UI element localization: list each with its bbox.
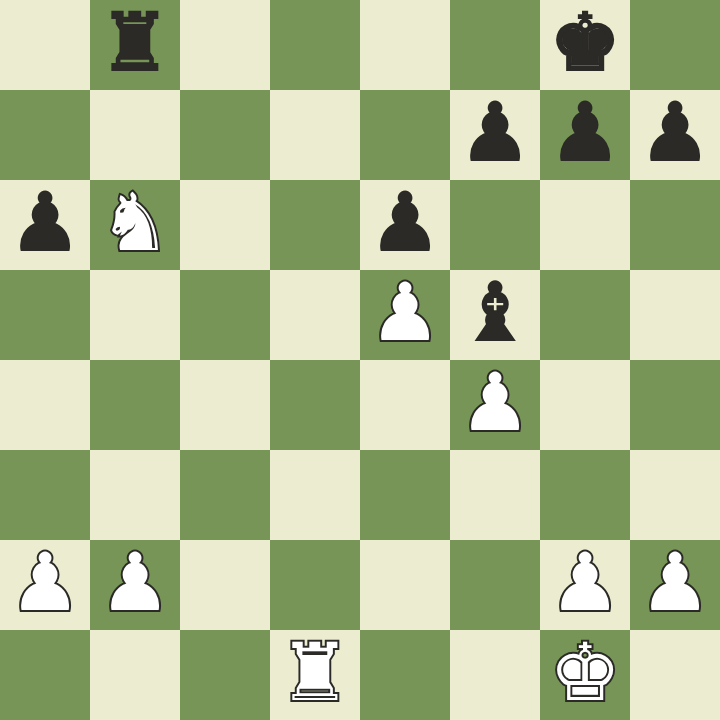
square-c4[interactable]	[180, 360, 270, 450]
square-a1[interactable]	[0, 630, 90, 720]
square-g3[interactable]	[540, 450, 630, 540]
square-h8[interactable]	[630, 0, 720, 90]
square-a8[interactable]	[0, 0, 90, 90]
square-h5[interactable]	[630, 270, 720, 360]
square-a7[interactable]	[0, 90, 90, 180]
square-b6[interactable]: ♞	[90, 180, 180, 270]
square-g1[interactable]: ♚	[540, 630, 630, 720]
square-e2[interactable]	[360, 540, 450, 630]
square-a4[interactable]	[0, 360, 90, 450]
square-d7[interactable]	[270, 90, 360, 180]
white-pawn[interactable]: ♟	[369, 268, 441, 358]
square-e3[interactable]	[360, 450, 450, 540]
square-e4[interactable]	[360, 360, 450, 450]
white-pawn[interactable]: ♟	[459, 358, 531, 448]
white-knight[interactable]: ♞	[99, 178, 171, 268]
square-e7[interactable]	[360, 90, 450, 180]
square-f3[interactable]	[450, 450, 540, 540]
square-c5[interactable]	[180, 270, 270, 360]
square-f8[interactable]	[450, 0, 540, 90]
square-c6[interactable]	[180, 180, 270, 270]
square-f6[interactable]	[450, 180, 540, 270]
square-b2[interactable]: ♟	[90, 540, 180, 630]
square-b7[interactable]	[90, 90, 180, 180]
square-h4[interactable]	[630, 360, 720, 450]
square-c8[interactable]	[180, 0, 270, 90]
black-pawn[interactable]: ♟	[549, 88, 621, 178]
square-h7[interactable]: ♟	[630, 90, 720, 180]
white-pawn[interactable]: ♟	[99, 538, 171, 628]
square-f1[interactable]	[450, 630, 540, 720]
square-d1[interactable]: ♜	[270, 630, 360, 720]
square-b1[interactable]	[90, 630, 180, 720]
square-g8[interactable]: ♚	[540, 0, 630, 90]
square-e1[interactable]	[360, 630, 450, 720]
square-d3[interactable]	[270, 450, 360, 540]
square-c7[interactable]	[180, 90, 270, 180]
black-pawn[interactable]: ♟	[9, 178, 81, 268]
square-c3[interactable]	[180, 450, 270, 540]
square-c2[interactable]	[180, 540, 270, 630]
square-d4[interactable]	[270, 360, 360, 450]
square-b5[interactable]	[90, 270, 180, 360]
square-g7[interactable]: ♟	[540, 90, 630, 180]
square-a5[interactable]	[0, 270, 90, 360]
square-a2[interactable]: ♟	[0, 540, 90, 630]
square-a6[interactable]: ♟	[0, 180, 90, 270]
square-a3[interactable]	[0, 450, 90, 540]
square-g5[interactable]	[540, 270, 630, 360]
white-rook[interactable]: ♜	[279, 628, 351, 718]
square-e8[interactable]	[360, 0, 450, 90]
square-f4[interactable]: ♟	[450, 360, 540, 450]
white-king[interactable]: ♚	[549, 628, 621, 718]
square-d6[interactable]	[270, 180, 360, 270]
square-f7[interactable]: ♟	[450, 90, 540, 180]
square-d2[interactable]	[270, 540, 360, 630]
chess-board: ♜♚♟♟♟♟♞♟♟♝♟♟♟♟♟♜♚	[0, 0, 720, 720]
square-g2[interactable]: ♟	[540, 540, 630, 630]
square-d5[interactable]	[270, 270, 360, 360]
square-b3[interactable]	[90, 450, 180, 540]
black-king[interactable]: ♚	[549, 0, 621, 88]
square-h2[interactable]: ♟	[630, 540, 720, 630]
square-e5[interactable]: ♟	[360, 270, 450, 360]
white-pawn[interactable]: ♟	[549, 538, 621, 628]
square-h1[interactable]	[630, 630, 720, 720]
black-pawn[interactable]: ♟	[369, 178, 441, 268]
white-pawn[interactable]: ♟	[639, 538, 711, 628]
square-g6[interactable]	[540, 180, 630, 270]
square-g4[interactable]	[540, 360, 630, 450]
black-pawn[interactable]: ♟	[459, 88, 531, 178]
square-f5[interactable]: ♝	[450, 270, 540, 360]
square-f2[interactable]	[450, 540, 540, 630]
square-d8[interactable]	[270, 0, 360, 90]
black-bishop[interactable]: ♝	[459, 268, 531, 358]
black-rook[interactable]: ♜	[99, 0, 171, 88]
square-b8[interactable]: ♜	[90, 0, 180, 90]
square-h3[interactable]	[630, 450, 720, 540]
white-pawn[interactable]: ♟	[9, 538, 81, 628]
square-h6[interactable]	[630, 180, 720, 270]
square-e6[interactable]: ♟	[360, 180, 450, 270]
black-pawn[interactable]: ♟	[639, 88, 711, 178]
square-b4[interactable]	[90, 360, 180, 450]
square-c1[interactable]	[180, 630, 270, 720]
